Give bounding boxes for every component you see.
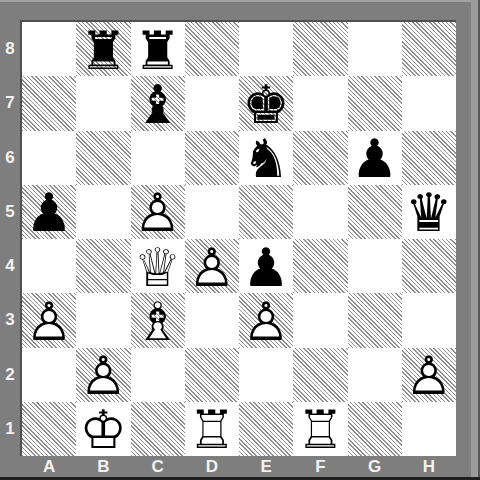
- square-c5[interactable]: ♟♙: [131, 185, 185, 239]
- black-pawn-icon: ♟: [239, 240, 293, 294]
- square-e8[interactable]: [239, 22, 293, 76]
- square-g8[interactable]: [348, 22, 402, 76]
- white-pawn-icon: ♙: [185, 240, 239, 294]
- square-h7[interactable]: [402, 76, 456, 130]
- square-f6[interactable]: [293, 131, 347, 185]
- square-h2[interactable]: ♟♙: [402, 348, 456, 402]
- white-king-icon: ♔: [76, 403, 130, 457]
- piece-black-pawn-g6[interactable]: ♟: [348, 131, 402, 185]
- piece-black-rook-b8[interactable]: ♜: [76, 22, 130, 76]
- square-d2[interactable]: [185, 348, 239, 402]
- square-g4[interactable]: [348, 239, 402, 293]
- piece-white-rook-d1[interactable]: ♜♖: [185, 402, 239, 456]
- square-g1[interactable]: [348, 402, 402, 456]
- piece-black-king-e7[interactable]: ♚: [239, 76, 293, 130]
- square-a5[interactable]: ♟: [22, 185, 76, 239]
- square-c2[interactable]: [131, 348, 185, 402]
- square-b6[interactable]: [76, 131, 130, 185]
- white-rook-icon: ♖: [293, 403, 347, 457]
- piece-black-rook-c8[interactable]: ♜: [131, 22, 185, 76]
- piece-white-pawn-a3[interactable]: ♟♙: [22, 293, 76, 347]
- piece-white-pawn-b2[interactable]: ♟♙: [76, 348, 130, 402]
- rank-label-3: 3: [0, 293, 20, 347]
- rank-label-1: 1: [0, 402, 20, 456]
- square-d1[interactable]: ♜♖: [185, 402, 239, 456]
- rank-label-2: 2: [0, 348, 20, 402]
- black-queen-icon: ♛: [402, 186, 456, 240]
- square-b1[interactable]: ♚♔: [76, 402, 130, 456]
- square-a4[interactable]: [22, 239, 76, 293]
- square-c3[interactable]: ♝♗: [131, 293, 185, 347]
- square-c7[interactable]: ♝: [131, 76, 185, 130]
- square-a7[interactable]: [22, 76, 76, 130]
- piece-white-bishop-c3[interactable]: ♝♗: [131, 293, 185, 347]
- file-label-h: H: [402, 457, 456, 477]
- rank-label-8: 8: [0, 22, 20, 76]
- piece-white-pawn-c5[interactable]: ♟♙: [131, 185, 185, 239]
- square-c1[interactable]: [131, 402, 185, 456]
- file-label-b: B: [76, 457, 130, 477]
- square-f1[interactable]: ♜♖: [293, 402, 347, 456]
- square-e2[interactable]: [239, 348, 293, 402]
- square-f3[interactable]: [293, 293, 347, 347]
- square-b5[interactable]: [76, 185, 130, 239]
- white-pawn-icon: ♙: [131, 186, 185, 240]
- piece-white-pawn-d4[interactable]: ♟♙: [185, 239, 239, 293]
- file-label-a: A: [22, 457, 76, 477]
- square-f7[interactable]: [293, 76, 347, 130]
- square-b7[interactable]: [76, 76, 130, 130]
- square-g5[interactable]: [348, 185, 402, 239]
- square-g2[interactable]: [348, 348, 402, 402]
- square-a1[interactable]: [22, 402, 76, 456]
- square-f4[interactable]: [293, 239, 347, 293]
- black-rook-icon: ♜: [131, 23, 185, 77]
- square-h4[interactable]: [402, 239, 456, 293]
- chess-board: ♜♜♝♚♞♟♟♟♙♛♛♕♟♙♟♟♙♝♗♟♙♟♙♟♙♚♔♜♖♜♖: [20, 20, 456, 456]
- square-h5[interactable]: ♛: [402, 185, 456, 239]
- square-b4[interactable]: [76, 239, 130, 293]
- file-label-d: D: [185, 457, 239, 477]
- square-d8[interactable]: [185, 22, 239, 76]
- square-h8[interactable]: [402, 22, 456, 76]
- file-label-c: C: [131, 457, 185, 477]
- black-king-icon: ♚: [239, 77, 293, 131]
- square-f5[interactable]: [293, 185, 347, 239]
- square-e6[interactable]: ♞: [239, 131, 293, 185]
- frame-right-bevel: [471, 0, 478, 480]
- square-e1[interactable]: [239, 402, 293, 456]
- square-g7[interactable]: [348, 76, 402, 130]
- white-pawn-icon: ♙: [76, 349, 130, 403]
- square-g3[interactable]: [348, 293, 402, 347]
- rank-label-5: 5: [0, 185, 20, 239]
- white-queen-icon: ♕: [131, 240, 185, 294]
- black-bishop-icon: ♝: [131, 77, 185, 131]
- square-e3[interactable]: ♟♙: [239, 293, 293, 347]
- rank-label-7: 7: [0, 76, 20, 130]
- rank-label-6: 6: [0, 131, 20, 185]
- square-d5[interactable]: [185, 185, 239, 239]
- square-c6[interactable]: [131, 131, 185, 185]
- black-rook-icon: ♜: [76, 23, 130, 77]
- white-pawn-icon: ♙: [239, 294, 293, 348]
- square-d7[interactable]: [185, 76, 239, 130]
- square-a2[interactable]: [22, 348, 76, 402]
- black-pawn-icon: ♟: [348, 132, 402, 186]
- square-h1[interactable]: [402, 402, 456, 456]
- white-pawn-icon: ♙: [22, 294, 76, 348]
- piece-white-pawn-e3[interactable]: ♟♙: [239, 293, 293, 347]
- board-frame: ♜♜♝♚♞♟♟♟♙♛♛♕♟♙♟♟♙♝♗♟♙♟♙♟♙♚♔♜♖♜♖ 87654321…: [0, 0, 480, 480]
- piece-black-pawn-e4[interactable]: ♟: [239, 239, 293, 293]
- file-label-g: G: [348, 457, 402, 477]
- piece-white-rook-f1[interactable]: ♜♖: [293, 402, 347, 456]
- rank-label-4: 4: [0, 239, 20, 293]
- square-e5[interactable]: [239, 185, 293, 239]
- square-b3[interactable]: [76, 293, 130, 347]
- piece-white-pawn-h2[interactable]: ♟♙: [402, 348, 456, 402]
- square-f2[interactable]: [293, 348, 347, 402]
- square-b2[interactable]: ♟♙: [76, 348, 130, 402]
- square-h6[interactable]: [402, 131, 456, 185]
- piece-white-queen-c4[interactable]: ♛♕: [131, 239, 185, 293]
- black-knight-icon: ♞: [239, 132, 293, 186]
- piece-black-pawn-a5[interactable]: ♟: [22, 185, 76, 239]
- square-g6[interactable]: ♟: [348, 131, 402, 185]
- square-e4[interactable]: ♟: [239, 239, 293, 293]
- white-rook-icon: ♖: [185, 403, 239, 457]
- square-a3[interactable]: ♟♙: [22, 293, 76, 347]
- piece-white-king-b1[interactable]: ♚♔: [76, 402, 130, 456]
- square-c4[interactable]: ♛♕: [131, 239, 185, 293]
- square-f8[interactable]: [293, 22, 347, 76]
- white-pawn-icon: ♙: [402, 349, 456, 403]
- black-pawn-icon: ♟: [22, 186, 76, 240]
- square-e7[interactable]: ♚: [239, 76, 293, 130]
- square-a6[interactable]: [22, 131, 76, 185]
- file-label-e: E: [239, 457, 293, 477]
- square-a8[interactable]: [22, 22, 76, 76]
- square-h3[interactable]: [402, 293, 456, 347]
- piece-black-bishop-c7[interactable]: ♝: [131, 76, 185, 130]
- white-bishop-icon: ♗: [131, 294, 185, 348]
- square-c8[interactable]: ♜: [131, 22, 185, 76]
- square-d4[interactable]: ♟♙: [185, 239, 239, 293]
- square-d6[interactable]: [185, 131, 239, 185]
- piece-black-queen-h5[interactable]: ♛: [402, 185, 456, 239]
- piece-black-knight-e6[interactable]: ♞: [239, 131, 293, 185]
- file-label-f: F: [293, 457, 347, 477]
- square-d3[interactable]: [185, 293, 239, 347]
- frame-highlight-edge: [0, 0, 480, 2]
- square-b8[interactable]: ♜: [76, 22, 130, 76]
